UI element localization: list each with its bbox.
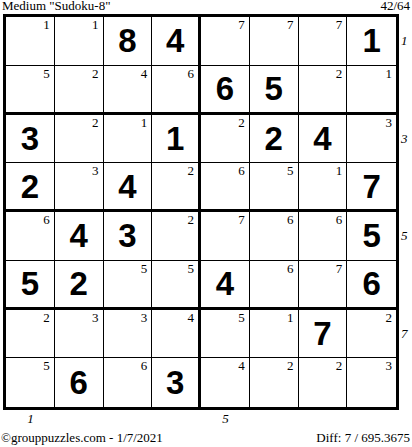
cell-r4c5[interactable]: 6 [201, 163, 250, 212]
cell-value: 6 [362, 267, 380, 300]
cell-value: 4 [69, 219, 87, 252]
pencil-mark: 2 [336, 359, 343, 373]
pencil-mark: 3 [386, 359, 393, 373]
pencil-mark: 3 [92, 311, 99, 325]
progress-counter: 42/64 [380, 0, 410, 14]
pencil-mark: 5 [141, 262, 148, 276]
cell-r1c3[interactable]: 8 [104, 17, 153, 66]
pencil-mark: 3 [141, 311, 148, 325]
cell-r1c6[interactable]: 7 [250, 17, 299, 66]
pencil-mark: 7 [336, 262, 343, 276]
cell-value: 4 [216, 267, 234, 300]
cell-r3c8[interactable]: 3 [347, 115, 396, 164]
difficulty-text: Diff: 7 / 695.3675 [316, 430, 410, 446]
pencil-mark: 3 [92, 164, 99, 178]
cell-value: 6 [216, 72, 234, 105]
pencil-mark: 7 [336, 18, 343, 32]
cell-r6c2[interactable]: 2 [55, 261, 104, 310]
cell-value: 2 [69, 267, 87, 300]
cell-r3c3[interactable]: 1 [104, 115, 153, 164]
cell-r2c3[interactable]: 4 [104, 66, 153, 115]
cell-r6c8[interactable]: 6 [347, 261, 396, 310]
cell-r2c7[interactable]: 2 [299, 66, 348, 115]
cell-value: 3 [166, 366, 184, 399]
cell-r7c3[interactable]: 3 [104, 310, 153, 359]
cell-value: 6 [69, 366, 87, 399]
cell-r4c3[interactable]: 4 [104, 163, 153, 212]
cell-r3c7[interactable]: 4 [299, 115, 348, 164]
cell-r3c4[interactable]: 1 [152, 115, 201, 164]
cell-r5c6[interactable]: 6 [250, 212, 299, 261]
row-label-1: 1 [401, 17, 412, 66]
cell-value: 1 [362, 24, 380, 57]
cell-r4c6[interactable]: 5 [250, 163, 299, 212]
cell-value: 5 [362, 219, 380, 252]
cell-r2c4[interactable]: 6 [152, 66, 201, 115]
pencil-mark: 1 [141, 116, 148, 130]
sudoku-page: Medium "Sudoku-8" 42/64 1184777152466521… [0, 0, 412, 447]
copyright-text: ©grouppuzzles.com - 1/7/2021 [1, 430, 163, 446]
cell-r1c5[interactable]: 7 [201, 17, 250, 66]
pencil-mark: 2 [188, 213, 195, 227]
cell-value: 2 [21, 170, 39, 203]
cell-r2c6[interactable]: 5 [250, 66, 299, 115]
cell-r2c5[interactable]: 6 [201, 66, 250, 115]
puzzle-title: Medium "Sudoku-8" [2, 0, 110, 14]
cell-r8c2[interactable]: 6 [55, 358, 104, 407]
pencil-mark: 6 [238, 164, 245, 178]
cell-r5c2[interactable]: 4 [55, 212, 104, 261]
cell-r8c5[interactable]: 4 [201, 358, 250, 407]
pencil-mark: 6 [336, 213, 343, 227]
pencil-mark: 2 [386, 311, 393, 325]
cell-value: 8 [118, 24, 136, 57]
cell-r7c8[interactable]: 2 [347, 310, 396, 359]
pencil-mark: 4 [141, 67, 148, 81]
cell-r5c8[interactable]: 5 [347, 212, 396, 261]
cell-r6c5[interactable]: 4 [201, 261, 250, 310]
pencil-mark: 7 [287, 18, 294, 32]
cell-r3c2[interactable]: 2 [55, 115, 104, 164]
pencil-mark: 2 [336, 67, 343, 81]
cell-r3c1[interactable]: 3 [6, 115, 55, 164]
cell-value: 3 [118, 219, 136, 252]
cell-r6c7[interactable]: 7 [299, 261, 348, 310]
cell-r1c4[interactable]: 4 [152, 17, 201, 66]
cell-value: 4 [166, 24, 184, 57]
cell-r7c1[interactable]: 2 [6, 310, 55, 359]
pencil-mark: 4 [238, 359, 245, 373]
cell-r4c4[interactable]: 2 [152, 163, 201, 212]
cell-r5c4[interactable]: 2 [152, 212, 201, 261]
cell-r2c8[interactable]: 1 [347, 66, 396, 115]
cell-r3c6[interactable]: 2 [250, 115, 299, 164]
cell-r8c1[interactable]: 5 [6, 358, 55, 407]
pencil-mark: 3 [386, 116, 393, 130]
cell-r6c4[interactable]: 5 [152, 261, 201, 310]
sudoku-grid: 1184777152466521321122432342651764327665… [3, 14, 399, 410]
pencil-mark: 2 [92, 116, 99, 130]
pencil-mark: 5 [287, 164, 294, 178]
cell-value: 7 [362, 170, 380, 203]
pencil-mark: 7 [238, 18, 245, 32]
cell-r2c1[interactable]: 5 [6, 66, 55, 115]
pencil-mark: 6 [287, 213, 294, 227]
cell-r5c1[interactable]: 6 [6, 212, 55, 261]
cell-r5c3[interactable]: 3 [104, 212, 153, 261]
pencil-mark: 2 [188, 164, 195, 178]
cell-r3c5[interactable]: 2 [201, 115, 250, 164]
pencil-mark: 5 [43, 359, 50, 373]
pencil-mark: 5 [43, 67, 50, 81]
cell-value: 4 [313, 122, 331, 155]
cell-r1c7[interactable]: 7 [299, 17, 348, 66]
pencil-mark: 7 [238, 213, 245, 227]
cell-value: 7 [313, 317, 331, 350]
row-label-3: 3 [401, 115, 412, 164]
row-label-5: 5 [401, 212, 412, 261]
cell-value: 2 [264, 122, 282, 155]
cell-value: 5 [264, 72, 282, 105]
pencil-mark: 5 [188, 262, 195, 276]
row-label-7: 7 [401, 310, 412, 359]
cell-r4c2[interactable]: 3 [55, 163, 104, 212]
cell-r7c4[interactable]: 4 [152, 310, 201, 359]
pencil-mark: 6 [141, 359, 148, 373]
pencil-mark: 5 [238, 311, 245, 325]
cell-value: 4 [118, 170, 136, 203]
pencil-mark: 2 [43, 311, 50, 325]
cell-r6c1[interactable]: 5 [6, 261, 55, 310]
col-label-5: 5 [201, 411, 250, 427]
pencil-mark: 2 [238, 116, 245, 130]
cell-r7c6[interactable]: 1 [250, 310, 299, 359]
cell-r4c1[interactable]: 2 [6, 163, 55, 212]
cell-r4c7[interactable]: 1 [299, 163, 348, 212]
cell-r4c8[interactable]: 7 [347, 163, 396, 212]
cell-r8c7[interactable]: 2 [299, 358, 348, 407]
pencil-mark: 1 [92, 18, 99, 32]
cell-r8c3[interactable]: 6 [104, 358, 153, 407]
cell-r7c2[interactable]: 3 [55, 310, 104, 359]
pencil-mark: 6 [287, 262, 294, 276]
pencil-mark: 1 [386, 67, 393, 81]
cell-value: 3 [21, 122, 39, 155]
cell-r8c6[interactable]: 2 [250, 358, 299, 407]
cell-r7c7[interactable]: 7 [299, 310, 348, 359]
pencil-mark: 1 [43, 18, 50, 32]
cell-r2c2[interactable]: 2 [55, 66, 104, 115]
cell-r5c7[interactable]: 6 [299, 212, 348, 261]
pencil-mark: 1 [287, 311, 294, 325]
cell-r7c5[interactable]: 5 [201, 310, 250, 359]
pencil-mark: 6 [188, 67, 195, 81]
col-label-1: 1 [6, 411, 55, 427]
pencil-mark: 6 [43, 213, 50, 227]
cell-r8c4[interactable]: 3 [152, 358, 201, 407]
pencil-mark: 1 [336, 164, 343, 178]
cell-r1c1[interactable]: 1 [6, 17, 55, 66]
cell-value: 5 [21, 267, 39, 300]
cell-r8c8[interactable]: 3 [347, 358, 396, 407]
cell-r1c8[interactable]: 1 [347, 17, 396, 66]
pencil-mark: 4 [188, 311, 195, 325]
pencil-mark: 2 [92, 67, 99, 81]
cell-r6c6[interactable]: 6 [250, 261, 299, 310]
cell-r1c2[interactable]: 1 [55, 17, 104, 66]
cell-value: 1 [166, 122, 184, 155]
cell-r5c5[interactable]: 7 [201, 212, 250, 261]
pencil-mark: 2 [287, 359, 294, 373]
cell-r6c3[interactable]: 5 [104, 261, 153, 310]
